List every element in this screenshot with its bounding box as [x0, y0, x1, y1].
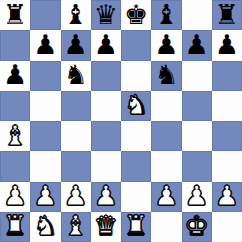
black-pawn-piece[interactable]: ♟: [3, 61, 27, 88]
square-b1[interactable]: ♞: [30, 212, 60, 242]
square-b5[interactable]: [30, 91, 60, 121]
square-f4[interactable]: [151, 121, 181, 151]
white-queen-piece[interactable]: ♛: [94, 212, 118, 239]
black-pawn-piece[interactable]: ♟: [185, 31, 209, 58]
square-f6[interactable]: ♞: [151, 61, 181, 91]
square-f7[interactable]: ♟: [151, 30, 181, 60]
square-c3[interactable]: [61, 151, 91, 181]
square-b6[interactable]: [30, 61, 60, 91]
square-f1[interactable]: [151, 212, 181, 242]
square-g5[interactable]: [182, 91, 212, 121]
square-c4[interactable]: [61, 121, 91, 151]
square-a1[interactable]: ♜: [0, 212, 30, 242]
square-h4[interactable]: [212, 121, 242, 151]
square-f2[interactable]: ♟: [151, 182, 181, 212]
white-pawn-piece[interactable]: ♟: [154, 182, 178, 209]
square-a2[interactable]: ♟: [0, 182, 30, 212]
square-f5[interactable]: [151, 91, 181, 121]
square-g6[interactable]: [182, 61, 212, 91]
black-king-piece[interactable]: ♚: [124, 1, 148, 28]
square-c8[interactable]: ♝: [61, 0, 91, 30]
square-a7[interactable]: [0, 30, 30, 60]
square-f8[interactable]: ♝: [151, 0, 181, 30]
black-rook-piece[interactable]: ♜: [3, 1, 27, 28]
black-pawn-piece[interactable]: ♟: [154, 31, 178, 58]
square-a6[interactable]: ♟: [0, 61, 30, 91]
square-h6[interactable]: [212, 61, 242, 91]
square-a3[interactable]: [0, 151, 30, 181]
square-d8[interactable]: ♛: [91, 0, 121, 30]
square-g8[interactable]: [182, 0, 212, 30]
white-knight-piece[interactable]: ♞: [124, 91, 148, 118]
black-bishop-piece[interactable]: ♝: [64, 1, 88, 28]
square-d4[interactable]: [91, 121, 121, 151]
square-g2[interactable]: ♟: [182, 182, 212, 212]
square-h3[interactable]: [212, 151, 242, 181]
square-h1[interactable]: [212, 212, 242, 242]
square-e4[interactable]: [121, 121, 151, 151]
square-e1[interactable]: ♜: [121, 212, 151, 242]
square-c6[interactable]: ♞: [61, 61, 91, 91]
square-h7[interactable]: ♟: [212, 30, 242, 60]
square-b4[interactable]: [30, 121, 60, 151]
white-pawn-piece[interactable]: ♟: [94, 182, 118, 209]
white-pawn-piece[interactable]: ♟: [33, 182, 57, 209]
square-a4[interactable]: ♝: [0, 121, 30, 151]
square-b2[interactable]: ♟: [30, 182, 60, 212]
black-pawn-piece[interactable]: ♟: [94, 31, 118, 58]
square-a8[interactable]: ♜: [0, 0, 30, 30]
square-d7[interactable]: ♟: [91, 30, 121, 60]
square-g1[interactable]: ♚: [182, 212, 212, 242]
square-d1[interactable]: ♛: [91, 212, 121, 242]
black-pawn-piece[interactable]: ♟: [64, 31, 88, 58]
square-h5[interactable]: [212, 91, 242, 121]
black-rook-piece[interactable]: ♜: [215, 1, 239, 28]
square-c5[interactable]: [61, 91, 91, 121]
white-bishop-piece[interactable]: ♝: [64, 212, 88, 239]
square-b7[interactable]: ♟: [30, 30, 60, 60]
square-e6[interactable]: [121, 61, 151, 91]
square-d3[interactable]: [91, 151, 121, 181]
square-c1[interactable]: ♝: [61, 212, 91, 242]
square-e8[interactable]: ♚: [121, 0, 151, 30]
square-a5[interactable]: [0, 91, 30, 121]
square-h8[interactable]: ♜: [212, 0, 242, 30]
square-d5[interactable]: [91, 91, 121, 121]
square-h2[interactable]: ♟: [212, 182, 242, 212]
square-d6[interactable]: [91, 61, 121, 91]
white-bishop-piece[interactable]: ♝: [3, 122, 27, 149]
white-rook-piece[interactable]: ♜: [3, 212, 27, 239]
white-rook-piece[interactable]: ♜: [124, 212, 148, 239]
white-pawn-piece[interactable]: ♟: [3, 182, 27, 209]
white-king-piece[interactable]: ♚: [185, 212, 209, 239]
square-f3[interactable]: [151, 151, 181, 181]
square-b3[interactable]: [30, 151, 60, 181]
square-g3[interactable]: [182, 151, 212, 181]
square-c7[interactable]: ♟: [61, 30, 91, 60]
white-knight-piece[interactable]: ♞: [33, 212, 57, 239]
black-bishop-piece[interactable]: ♝: [154, 1, 178, 28]
black-knight-piece[interactable]: ♞: [64, 61, 88, 88]
black-queen-piece[interactable]: ♛: [94, 1, 118, 28]
white-pawn-piece[interactable]: ♟: [185, 182, 209, 209]
black-pawn-piece[interactable]: ♟: [215, 31, 239, 58]
square-g4[interactable]: [182, 121, 212, 151]
square-e7[interactable]: [121, 30, 151, 60]
black-knight-piece[interactable]: ♞: [154, 61, 178, 88]
white-pawn-piece[interactable]: ♟: [64, 182, 88, 209]
square-e3[interactable]: [121, 151, 151, 181]
chess-board: ♜♝♛♚♝♜♟♟♟♟♟♟♟♞♞♞♝♟♟♟♟♟♟♟♜♞♝♛♜♚: [0, 0, 242, 242]
black-pawn-piece[interactable]: ♟: [33, 31, 57, 58]
square-g7[interactable]: ♟: [182, 30, 212, 60]
square-d2[interactable]: ♟: [91, 182, 121, 212]
square-e2[interactable]: [121, 182, 151, 212]
square-b8[interactable]: [30, 0, 60, 30]
chess-board-wrapper: ♜♝♛♚♝♜♟♟♟♟♟♟♟♞♞♞♝♟♟♟♟♟♟♟♜♞♝♛♜♚: [0, 0, 242, 242]
square-e5[interactable]: ♞: [121, 91, 151, 121]
square-c2[interactable]: ♟: [61, 182, 91, 212]
white-pawn-piece[interactable]: ♟: [215, 182, 239, 209]
